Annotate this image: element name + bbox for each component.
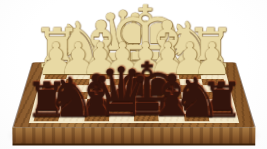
board-square [86,99,111,106]
board-square: ♞ [183,114,209,122]
board-square: ♟ [206,106,232,113]
board-square: ♟ [134,106,159,113]
board-grid: ♜♞♝♛♚♝♞♜♟♟♟♟♟♟♟♟♟♟♟♟♟♟♟♟♜♞♝♛♚♝♞♜ [34,67,235,122]
white-bishop-piece: ♝ [138,17,196,72]
board-square: ♜ [34,114,61,122]
board-square: ♟ [158,106,183,113]
white-king-piece: ♚ [108,2,183,73]
board-square [87,92,111,99]
board-square [134,85,157,92]
board-square: ♟ [182,106,208,113]
white-pawn-piece: ♟ [36,41,76,78]
board-square [134,92,158,99]
board-square: ♛ [109,114,134,122]
board-square [110,99,134,106]
board-square [41,85,66,92]
white-pawn-piece: ♟ [125,41,165,78]
board-square [157,85,181,92]
board-front-edge [12,127,255,145]
board-square: ♟ [85,106,110,113]
board-square [134,99,158,106]
board-square [157,92,181,99]
board-square [205,99,231,106]
board-square [158,99,183,106]
white-bishop-piece: ♝ [72,17,130,72]
board-square: ♝ [159,114,185,122]
board-square: ♟ [36,106,62,113]
board-square [111,85,134,92]
white-pawn-piece: ♟ [170,41,210,78]
chess-board: ♜♞♝♛♚♝♞♜♟♟♟♟♟♟♟♟♟♟♟♟♟♟♟♟♜♞♝♛♚♝♞♜ [13,62,254,127]
board-square: ♞ [59,114,85,122]
board-square [39,92,64,99]
product-photo-scene: ♜♞♝♛♚♝♞♜♟♟♟♟♟♟♟♟♟♟♟♟♟♟♟♟♜♞♝♛♚♝♞♜ [0,0,267,149]
white-pawn-piece: ♟ [103,41,143,78]
board-square [181,99,206,106]
board-square [88,85,112,92]
white-pawn-piece: ♟ [81,41,121,78]
white-knight-piece: ♞ [161,19,217,72]
board-square: ♚ [134,114,159,122]
board-square: ♜ [208,114,235,122]
board-square: ♝ [84,114,110,122]
board-square: ♟ [60,106,86,113]
white-pawn-piece: ♟ [148,41,188,78]
board-square [37,99,63,106]
white-pawn-piece: ♟ [58,41,98,78]
board-square: ♟ [109,106,134,113]
white-knight-piece: ♞ [51,19,107,72]
board-square [62,99,87,106]
board-square [110,92,134,99]
white-rook-piece: ♜ [32,26,81,73]
board-square [64,85,88,92]
board-square [204,92,229,99]
white-rook-piece: ♜ [186,26,235,73]
board-square [63,92,88,99]
board-frame-inlay: ♜♞♝♛♚♝♞♜♟♟♟♟♟♟♟♟♟♟♟♟♟♟♟♟♜♞♝♛♚♝♞♜ [29,66,239,123]
white-pawn-piece: ♟ [193,41,233,78]
board-square [181,92,206,99]
board-square [180,85,204,92]
board-square [202,85,227,92]
white-queen-piece: ♛ [89,7,158,72]
